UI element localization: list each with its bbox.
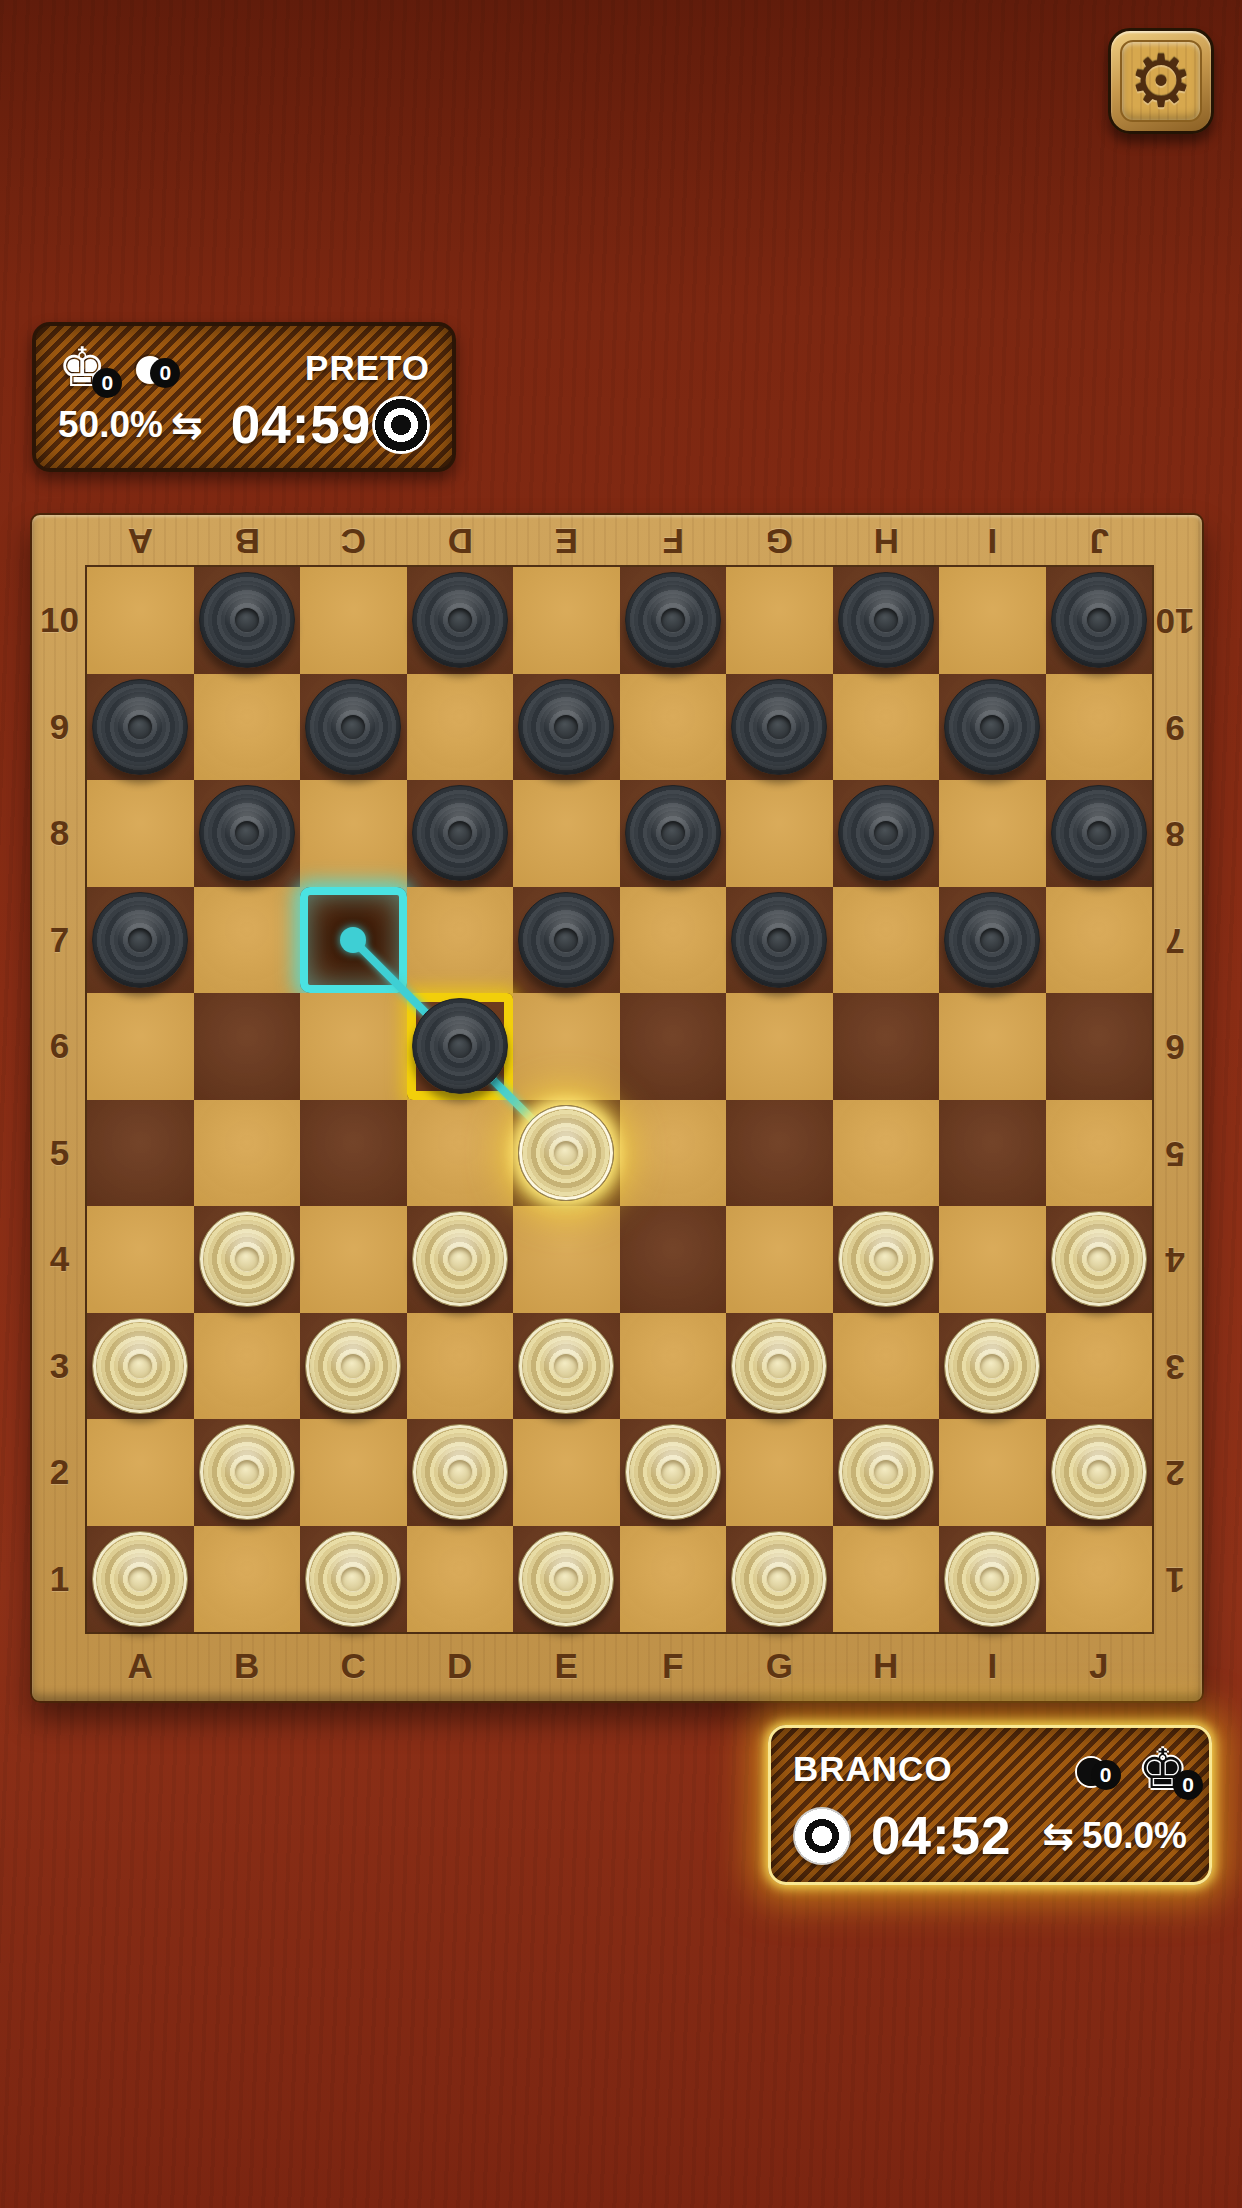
black-piece-F10[interactable] — [625, 572, 721, 668]
black-piece-H8[interactable] — [838, 785, 934, 881]
branco-captured-men: 0 — [1077, 1752, 1105, 1786]
square-G4[interactable] — [726, 1206, 833, 1313]
square-H6[interactable] — [833, 993, 940, 1100]
square-J7[interactable] — [1046, 887, 1153, 994]
white-piece-G3[interactable] — [731, 1318, 827, 1414]
square-G5[interactable] — [726, 1100, 833, 1207]
row-label-left-3: 3 — [32, 1313, 87, 1420]
col-label-top-C: C — [300, 515, 407, 567]
square-D1[interactable] — [407, 1526, 514, 1633]
square-C4[interactable] — [300, 1206, 407, 1313]
preto-win-rate: 50.0% — [58, 404, 163, 446]
board-left-labels: 10987654321 — [32, 567, 87, 1632]
square-J9[interactable] — [1046, 674, 1153, 781]
white-piece-D2[interactable] — [412, 1424, 508, 1520]
white-piece-H2[interactable] — [838, 1424, 934, 1520]
row-label-left-8: 8 — [32, 780, 87, 887]
square-C6[interactable] — [300, 993, 407, 1100]
square-F1[interactable] — [620, 1526, 727, 1633]
square-F6[interactable] — [620, 993, 727, 1100]
black-piece-D6[interactable] — [412, 998, 508, 1094]
square-E5[interactable] — [513, 1100, 620, 1207]
square-D6[interactable] — [407, 993, 514, 1100]
square-J4[interactable] — [1046, 1206, 1153, 1313]
square-E2[interactable] — [513, 1419, 620, 1526]
square-B4[interactable] — [194, 1206, 301, 1313]
square-G9[interactable] — [726, 674, 833, 781]
col-label-bottom-H: H — [833, 1631, 940, 1701]
square-A5[interactable] — [87, 1100, 194, 1207]
square-A9[interactable] — [87, 674, 194, 781]
square-G10[interactable] — [726, 567, 833, 674]
square-D9[interactable] — [407, 674, 514, 781]
col-label-bottom-J: J — [1046, 1631, 1153, 1701]
square-D3[interactable] — [407, 1313, 514, 1420]
swap-arrows-icon: ⇆ — [171, 406, 203, 444]
square-H7[interactable] — [833, 887, 940, 994]
square-J1[interactable] — [1046, 1526, 1153, 1633]
square-J6[interactable] — [1046, 993, 1153, 1100]
square-J8[interactable] — [1046, 780, 1153, 887]
square-F10[interactable] — [620, 567, 727, 674]
white-piece-D4[interactable] — [412, 1211, 508, 1307]
row-label-right-7: 7 — [1148, 887, 1202, 994]
square-C9[interactable] — [300, 674, 407, 781]
row-label-right-9: 9 — [1148, 674, 1202, 781]
col-label-top-G: G — [726, 515, 833, 567]
white-piece-J2[interactable] — [1051, 1424, 1147, 1520]
col-label-top-J: J — [1046, 515, 1153, 567]
square-E4[interactable] — [513, 1206, 620, 1313]
white-piece-C1[interactable] — [305, 1531, 401, 1627]
square-E6[interactable] — [513, 993, 620, 1100]
square-A1[interactable] — [87, 1526, 194, 1633]
square-I2[interactable] — [939, 1419, 1046, 1526]
col-label-bottom-E: E — [513, 1631, 620, 1701]
black-piece-I9[interactable] — [944, 679, 1040, 775]
square-H9[interactable] — [833, 674, 940, 781]
square-E1[interactable] — [513, 1526, 620, 1633]
captured-men-count: 0 — [150, 358, 180, 388]
square-B6[interactable] — [194, 993, 301, 1100]
black-piece-F8[interactable] — [625, 785, 721, 881]
black-piece-E9[interactable] — [518, 679, 614, 775]
board-top-labels: ABCDEFGHIJ — [87, 515, 1152, 567]
square-A4[interactable] — [87, 1206, 194, 1313]
square-I4[interactable] — [939, 1206, 1046, 1313]
white-piece-H4[interactable] — [838, 1211, 934, 1307]
black-piece-B8[interactable] — [199, 785, 295, 881]
square-E8[interactable] — [513, 780, 620, 887]
square-B5[interactable] — [194, 1100, 301, 1207]
black-piece-J10[interactable] — [1051, 572, 1147, 668]
white-piece-G1[interactable] — [731, 1531, 827, 1627]
player-panel-preto: ♚ 0 0 PRETO 50.0% ⇆ 04:59 — [32, 322, 456, 472]
col-label-bottom-F: F — [620, 1631, 727, 1701]
white-piece-A1[interactable] — [92, 1531, 188, 1627]
square-B10[interactable] — [194, 567, 301, 674]
row-label-right-10: 10 — [1148, 567, 1202, 674]
square-G1[interactable] — [726, 1526, 833, 1633]
square-I1[interactable] — [939, 1526, 1046, 1633]
black-piece-G7[interactable] — [731, 892, 827, 988]
white-piece-E5[interactable] — [518, 1105, 614, 1201]
square-H10[interactable] — [833, 567, 940, 674]
col-label-top-E: E — [513, 515, 620, 567]
square-H5[interactable] — [833, 1100, 940, 1207]
row-label-right-1: 1 — [1148, 1526, 1202, 1633]
square-I7[interactable] — [939, 887, 1046, 994]
square-J5[interactable] — [1046, 1100, 1153, 1207]
square-E7[interactable] — [513, 887, 620, 994]
square-F2[interactable] — [620, 1419, 727, 1526]
col-label-top-H: H — [833, 515, 940, 567]
black-side-indicator-icon — [372, 396, 430, 454]
col-label-top-B: B — [194, 515, 301, 567]
row-label-left-1: 1 — [32, 1526, 87, 1633]
square-C3[interactable] — [300, 1313, 407, 1420]
black-piece-A9[interactable] — [92, 679, 188, 775]
square-J3[interactable] — [1046, 1313, 1153, 1420]
square-E3[interactable] — [513, 1313, 620, 1420]
board-bottom-labels: ABCDEFGHIJ — [87, 1631, 1152, 1701]
board-grid — [87, 567, 1152, 1632]
square-E10[interactable] — [513, 567, 620, 674]
square-H1[interactable] — [833, 1526, 940, 1633]
square-H3[interactable] — [833, 1313, 940, 1420]
col-label-bottom-C: C — [300, 1631, 407, 1701]
preto-player-name: PRETO — [305, 348, 430, 388]
col-label-top-A: A — [87, 515, 194, 567]
col-label-top-D: D — [407, 515, 514, 567]
board: ABCDEFGHIJ ABCDEFGHIJ 10987654321 109876… — [30, 513, 1204, 1703]
square-C5[interactable] — [300, 1100, 407, 1207]
black-piece-E7[interactable] — [518, 892, 614, 988]
preto-captured-men: 0 — [136, 350, 164, 384]
square-I6[interactable] — [939, 993, 1046, 1100]
white-piece-B2[interactable] — [199, 1424, 295, 1520]
black-piece-H10[interactable] — [838, 572, 934, 668]
black-piece-I7[interactable] — [944, 892, 1040, 988]
square-G8[interactable] — [726, 780, 833, 887]
square-B8[interactable] — [194, 780, 301, 887]
row-label-left-4: 4 — [32, 1206, 87, 1313]
square-I9[interactable] — [939, 674, 1046, 781]
white-piece-J4[interactable] — [1051, 1211, 1147, 1307]
square-C2[interactable] — [300, 1419, 407, 1526]
black-piece-B10[interactable] — [199, 572, 295, 668]
square-F4[interactable] — [620, 1206, 727, 1313]
gear-icon: ⚙ — [1120, 40, 1202, 122]
square-C10[interactable] — [300, 567, 407, 674]
square-J2[interactable] — [1046, 1419, 1153, 1526]
square-A2[interactable] — [87, 1419, 194, 1526]
row-label-right-2: 2 — [1148, 1419, 1202, 1526]
black-piece-C9[interactable] — [305, 679, 401, 775]
white-piece-E1[interactable] — [518, 1531, 614, 1627]
square-B9[interactable] — [194, 674, 301, 781]
square-G3[interactable] — [726, 1313, 833, 1420]
square-G6[interactable] — [726, 993, 833, 1100]
row-label-left-5: 5 — [32, 1100, 87, 1207]
black-piece-D10[interactable] — [412, 572, 508, 668]
square-H8[interactable] — [833, 780, 940, 887]
square-F7[interactable] — [620, 887, 727, 994]
black-piece-D8[interactable] — [412, 785, 508, 881]
row-label-left-10: 10 — [32, 567, 87, 674]
square-I10[interactable] — [939, 567, 1046, 674]
square-B2[interactable] — [194, 1419, 301, 1526]
square-C1[interactable] — [300, 1526, 407, 1633]
square-H4[interactable] — [833, 1206, 940, 1313]
square-H2[interactable] — [833, 1419, 940, 1526]
square-G2[interactable] — [726, 1419, 833, 1526]
square-C7[interactable] — [300, 887, 407, 994]
game-screen: ⚙ ♚ 0 0 PRETO 50.0% ⇆ 04:59 ABCDEFGHIJ A… — [0, 0, 1242, 2208]
square-G7[interactable] — [726, 887, 833, 994]
white-side-indicator-icon — [793, 1807, 851, 1865]
branco-player-name: BRANCO — [793, 1749, 953, 1789]
swap-arrows-icon: ⇆ — [1042, 1817, 1074, 1855]
square-D2[interactable] — [407, 1419, 514, 1526]
square-F3[interactable] — [620, 1313, 727, 1420]
square-B1[interactable] — [194, 1526, 301, 1633]
square-I3[interactable] — [939, 1313, 1046, 1420]
row-label-left-6: 6 — [32, 993, 87, 1100]
row-label-right-5: 5 — [1148, 1100, 1202, 1207]
square-D10[interactable] — [407, 567, 514, 674]
captured-men-count: 0 — [1091, 1760, 1121, 1790]
white-piece-I3[interactable] — [944, 1318, 1040, 1414]
branco-captured-kings: ♚ 0 — [1139, 1742, 1187, 1796]
square-E9[interactable] — [513, 674, 620, 781]
row-label-left-9: 9 — [32, 674, 87, 781]
row-label-left-2: 2 — [32, 1419, 87, 1526]
white-piece-F2[interactable] — [625, 1424, 721, 1520]
square-F5[interactable] — [620, 1100, 727, 1207]
row-label-right-4: 4 — [1148, 1206, 1202, 1313]
col-label-top-F: F — [620, 515, 727, 567]
col-label-top-I: I — [939, 515, 1046, 567]
black-piece-J8[interactable] — [1051, 785, 1147, 881]
square-B7[interactable] — [194, 887, 301, 994]
square-F8[interactable] — [620, 780, 727, 887]
square-I5[interactable] — [939, 1100, 1046, 1207]
square-B3[interactable] — [194, 1313, 301, 1420]
square-D8[interactable] — [407, 780, 514, 887]
player-panel-branco: BRANCO 0 ♚ 0 04:52 ⇆ 50.0% — [768, 1725, 1212, 1885]
col-label-bottom-D: D — [407, 1631, 514, 1701]
white-piece-C3[interactable] — [305, 1318, 401, 1414]
square-A7[interactable] — [87, 887, 194, 994]
square-C8[interactable] — [300, 780, 407, 887]
captured-kings-count: 0 — [1173, 1770, 1203, 1800]
square-I8[interactable] — [939, 780, 1046, 887]
square-A3[interactable] — [87, 1313, 194, 1420]
preto-captured-kings: ♚ 0 — [58, 340, 106, 394]
settings-button[interactable]: ⚙ — [1108, 28, 1214, 134]
preto-timer: 04:59 — [231, 394, 372, 455]
square-D5[interactable] — [407, 1100, 514, 1207]
square-J10[interactable] — [1046, 567, 1153, 674]
white-piece-B4[interactable] — [199, 1211, 295, 1307]
square-D7[interactable] — [407, 887, 514, 994]
white-piece-I1[interactable] — [944, 1531, 1040, 1627]
board-right-labels: 10987654321 — [1148, 567, 1202, 1632]
square-A10[interactable] — [87, 567, 194, 674]
square-F9[interactable] — [620, 674, 727, 781]
branco-win-rate: 50.0% — [1082, 1815, 1187, 1857]
square-A6[interactable] — [87, 993, 194, 1100]
row-label-right-8: 8 — [1148, 780, 1202, 887]
white-piece-A3[interactable] — [92, 1318, 188, 1414]
black-piece-A7[interactable] — [92, 892, 188, 988]
square-D4[interactable] — [407, 1206, 514, 1313]
branco-timer: 04:52 — [871, 1805, 1012, 1866]
col-label-bottom-I: I — [939, 1631, 1046, 1701]
row-label-right-3: 3 — [1148, 1313, 1202, 1420]
white-piece-E3[interactable] — [518, 1318, 614, 1414]
square-A8[interactable] — [87, 780, 194, 887]
black-piece-G9[interactable] — [731, 679, 827, 775]
col-label-bottom-B: B — [194, 1631, 301, 1701]
row-label-left-7: 7 — [32, 887, 87, 994]
row-label-right-6: 6 — [1148, 993, 1202, 1100]
col-label-bottom-A: A — [87, 1631, 194, 1701]
col-label-bottom-G: G — [726, 1631, 833, 1701]
